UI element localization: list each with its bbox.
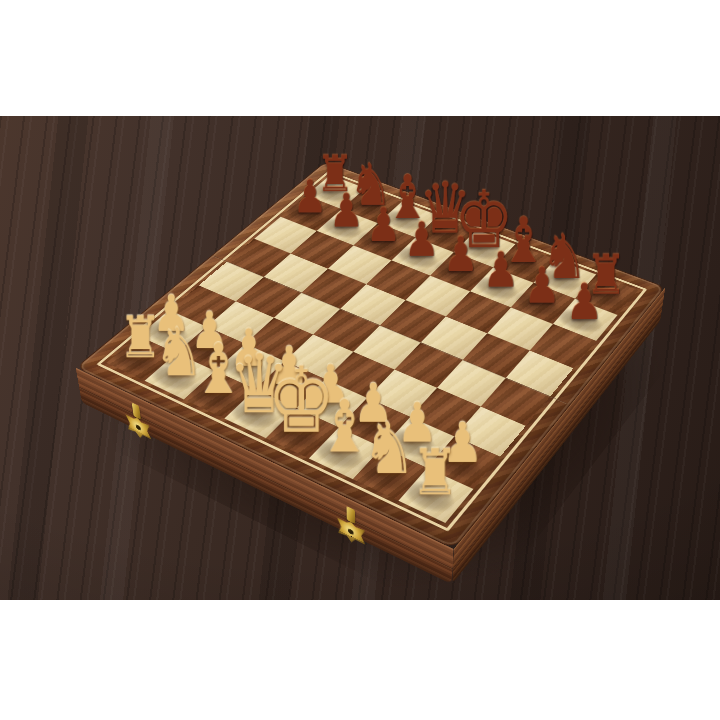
bottom-white-margin [0, 600, 720, 720]
square-h1[interactable]: ♜ [398, 468, 473, 523]
board-top-face: ♜♞♝♛♚♝♞♜♟♟♟♟♟♟♟♟♟♟♟♟♟♟♟♟♜♞♝♛♚♝♞♜ [76, 161, 666, 549]
clasp-hook-icon [347, 506, 356, 524]
clasp-hook-icon [132, 403, 141, 420]
table-surface: ♜♞♝♛♚♝♞♜♟♟♟♟♟♟♟♟♟♟♟♟♟♟♟♟♜♞♝♛♚♝♞♜ [0, 116, 720, 600]
square-d5[interactable] [340, 284, 405, 325]
product-photo: ♜♞♝♛♚♝♞♜♟♟♟♟♟♟♟♟♟♟♟♟♟♟♟♟♜♞♝♛♚♝♞♜ [0, 116, 720, 600]
screenshot-frame: ♜♞♝♛♚♝♞♜♟♟♟♟♟♟♟♟♟♟♟♟♟♟♟♟♜♞♝♛♚♝♞♜ [0, 0, 720, 720]
chess-box: ♜♞♝♛♚♝♞♜♟♟♟♟♟♟♟♟♟♟♟♟♟♟♟♟♜♞♝♛♚♝♞♜ [76, 161, 666, 549]
white-rook-glyph: ♜ [382, 441, 487, 505]
top-white-margin [0, 0, 720, 116]
